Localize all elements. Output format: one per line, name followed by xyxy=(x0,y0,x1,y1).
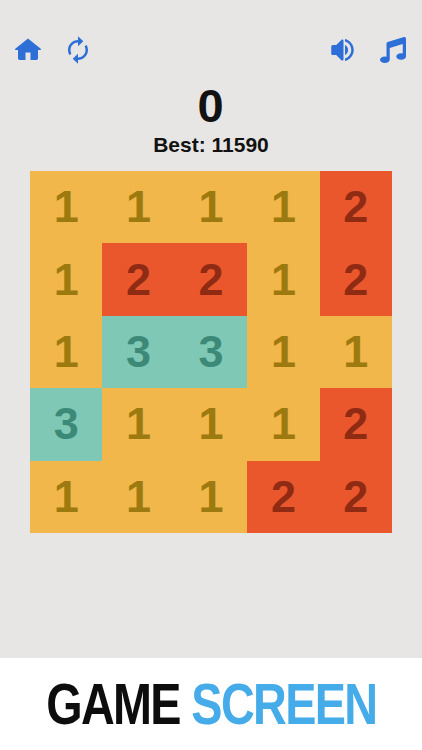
footer-title: GAME SCREEN xyxy=(46,676,376,733)
cell-r1c3[interactable]: 1 xyxy=(175,171,247,243)
cell-r2c1[interactable]: 1 xyxy=(30,243,102,315)
cell-r2c3[interactable]: 2 xyxy=(175,243,247,315)
footer-word-game: GAME xyxy=(46,676,180,733)
cell-r5c5[interactable]: 2 xyxy=(320,461,392,533)
score-area: 0 Best: 11590 xyxy=(0,82,422,157)
cell-r3c5[interactable]: 1 xyxy=(320,316,392,388)
cell-r2c5[interactable]: 2 xyxy=(320,243,392,315)
cell-r5c3[interactable]: 1 xyxy=(175,461,247,533)
cell-r2c4[interactable]: 1 xyxy=(247,243,319,315)
cell-r4c2[interactable]: 1 xyxy=(102,388,174,460)
home-button[interactable] xyxy=(12,35,44,65)
sound-button[interactable] xyxy=(325,35,360,65)
footer-word-screen: SCREEN xyxy=(191,676,376,733)
restart-button[interactable] xyxy=(62,35,94,65)
game-board: 1111212212133113111211122 xyxy=(30,171,392,533)
cell-r4c5[interactable]: 2 xyxy=(320,388,392,460)
cell-r4c1[interactable]: 3 xyxy=(30,388,102,460)
best-score: Best: 11590 xyxy=(0,133,422,157)
cell-r4c4[interactable]: 1 xyxy=(247,388,319,460)
footer-banner: GAME SCREEN xyxy=(0,658,422,750)
cell-r5c4[interactable]: 2 xyxy=(247,461,319,533)
cell-r3c4[interactable]: 1 xyxy=(247,316,319,388)
cell-r1c4[interactable]: 1 xyxy=(247,171,319,243)
cell-r5c1[interactable]: 1 xyxy=(30,461,102,533)
cell-r1c1[interactable]: 1 xyxy=(30,171,102,243)
music-button[interactable] xyxy=(380,35,406,65)
cell-r3c3[interactable]: 3 xyxy=(175,316,247,388)
cell-r1c5[interactable]: 2 xyxy=(320,171,392,243)
cell-r4c3[interactable]: 1 xyxy=(175,388,247,460)
toolbar xyxy=(0,0,422,80)
score-value: 0 xyxy=(0,82,422,129)
cell-r3c1[interactable]: 1 xyxy=(30,316,102,388)
game-screen: 0 Best: 11590 1111212212133113111211122 … xyxy=(0,0,422,750)
cell-r3c2[interactable]: 3 xyxy=(102,316,174,388)
cell-r2c2[interactable]: 2 xyxy=(102,243,174,315)
cell-r5c2[interactable]: 1 xyxy=(102,461,174,533)
cell-r1c2[interactable]: 1 xyxy=(102,171,174,243)
